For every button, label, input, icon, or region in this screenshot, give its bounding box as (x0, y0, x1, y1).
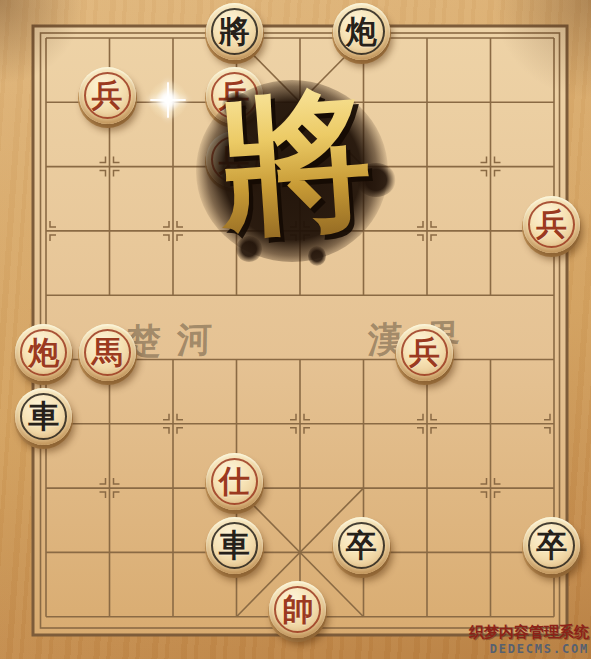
board-point[interactable] (14, 135, 78, 199)
board-point[interactable] (395, 135, 459, 199)
board-point[interactable] (141, 263, 205, 327)
board-point[interactable] (522, 135, 586, 199)
piece-black-soldier[interactable]: 卒 (333, 517, 390, 574)
board-point[interactable] (78, 199, 142, 263)
board-point[interactable] (14, 456, 78, 520)
board-point[interactable] (332, 263, 396, 327)
board-point[interactable] (395, 70, 459, 134)
board-point[interactable] (141, 70, 205, 134)
board-point[interactable] (459, 6, 523, 70)
piece-glyph: 卒 (346, 530, 377, 561)
board-point[interactable] (459, 392, 523, 456)
board-point[interactable]: 兵 (205, 135, 269, 199)
board-point[interactable]: 兵 (522, 199, 586, 263)
board-point[interactable]: 兵 (78, 70, 142, 134)
board-point[interactable]: 將 (205, 6, 269, 70)
board-point[interactable] (14, 199, 78, 263)
board-point[interactable]: 車 (205, 520, 269, 584)
piece-red-horse[interactable]: 馬 (79, 324, 136, 381)
piece-black-chariot[interactable]: 車 (206, 517, 263, 574)
watermark-line2: DEDECMS.COM (469, 642, 589, 657)
piece-glyph: 卒 (536, 530, 567, 561)
board-point[interactable] (395, 6, 459, 70)
piece-red-soldier[interactable]: 兵 (206, 131, 263, 188)
piece-black-soldier[interactable]: 卒 (523, 517, 580, 574)
board-point[interactable] (268, 520, 332, 584)
board-point[interactable] (78, 263, 142, 327)
board-point[interactable] (78, 135, 142, 199)
board-point[interactable] (141, 199, 205, 263)
board-point[interactable] (395, 585, 459, 649)
board-point[interactable] (141, 392, 205, 456)
board-point[interactable] (459, 327, 523, 391)
board-point[interactable] (332, 199, 396, 263)
board-point[interactable] (78, 456, 142, 520)
board-point[interactable] (14, 520, 78, 584)
board-point[interactable]: 兵 (205, 70, 269, 134)
board-point[interactable] (268, 199, 332, 263)
board-point[interactable] (395, 263, 459, 327)
piece-red-soldier[interactable]: 兵 (206, 67, 263, 124)
piece-red-general[interactable]: 帥 (269, 581, 326, 638)
piece-black-chariot[interactable]: 車 (15, 388, 72, 445)
xiangqi-game-screen: 楚河 漢界 將炮兵兵兵兵炮馬兵車仕車卒卒帥 將 將 织梦内容管理系统 DEDEC… (0, 0, 591, 659)
board-point[interactable] (332, 135, 396, 199)
board-point[interactable] (141, 585, 205, 649)
piece-glyph: 兵 (409, 337, 440, 368)
board-point[interactable] (522, 392, 586, 456)
piece-glyph: 兵 (219, 80, 250, 111)
board-point[interactable] (332, 456, 396, 520)
piece-glyph: 車 (219, 530, 250, 561)
piece-glyph: 將 (219, 16, 250, 47)
piece-black-general[interactable]: 將 (206, 3, 263, 60)
board-point[interactable] (14, 585, 78, 649)
board-point[interactable] (522, 263, 586, 327)
board-point[interactable] (78, 392, 142, 456)
piece-black-cannon[interactable]: 炮 (333, 3, 390, 60)
board-point[interactable]: 兵 (395, 327, 459, 391)
board-point[interactable] (459, 520, 523, 584)
piece-glyph: 兵 (536, 209, 567, 240)
board-point[interactable] (332, 327, 396, 391)
piece-glyph: 仕 (219, 466, 250, 497)
board-point[interactable]: 炮 (332, 6, 396, 70)
board-point[interactable] (78, 585, 142, 649)
watermark-line1: 织梦内容管理系统 (469, 623, 589, 642)
board-point[interactable] (395, 456, 459, 520)
board-point[interactable] (205, 327, 269, 391)
piece-glyph: 炮 (346, 16, 377, 47)
board-point[interactable] (459, 199, 523, 263)
piece-red-soldier[interactable]: 兵 (79, 67, 136, 124)
board-point[interactable] (522, 70, 586, 134)
board-point[interactable] (205, 263, 269, 327)
board-point[interactable]: 馬 (78, 327, 142, 391)
board-point[interactable] (522, 456, 586, 520)
board-point[interactable]: 卒 (522, 520, 586, 584)
board-point[interactable] (522, 327, 586, 391)
piece-red-soldier[interactable]: 兵 (396, 324, 453, 381)
board-point[interactable] (205, 585, 269, 649)
xiangqi-board: 將炮兵兵兵兵炮馬兵車仕車卒卒帥 (14, 6, 586, 649)
board-point[interactable] (268, 135, 332, 199)
board-point[interactable] (78, 520, 142, 584)
piece-glyph: 炮 (28, 337, 59, 368)
board-point[interactable]: 炮 (14, 327, 78, 391)
piece-red-advisor[interactable]: 仕 (206, 453, 263, 510)
board-point[interactable] (205, 392, 269, 456)
board-point[interactable] (459, 263, 523, 327)
board-point[interactable] (268, 263, 332, 327)
board-point[interactable] (268, 6, 332, 70)
board-point[interactable] (14, 6, 78, 70)
board-point[interactable] (459, 456, 523, 520)
board-point[interactable] (332, 70, 396, 134)
watermark: 织梦内容管理系统 DEDECMS.COM (469, 623, 589, 657)
piece-red-soldier[interactable]: 兵 (523, 196, 580, 253)
board-point[interactable] (205, 199, 269, 263)
board-point[interactable]: 帥 (268, 585, 332, 649)
board-point[interactable] (459, 70, 523, 134)
board-point[interactable] (141, 520, 205, 584)
board-point[interactable] (14, 70, 78, 134)
board-point[interactable] (268, 327, 332, 391)
board-point[interactable] (268, 70, 332, 134)
board-point[interactable] (395, 392, 459, 456)
board-point[interactable] (14, 263, 78, 327)
board-point[interactable] (332, 585, 396, 649)
board-point[interactable] (395, 199, 459, 263)
board-point[interactable]: 仕 (205, 456, 269, 520)
board-point[interactable]: 車 (14, 392, 78, 456)
piece-glyph: 帥 (282, 594, 313, 625)
piece-glyph: 兵 (219, 144, 250, 175)
board-point[interactable] (332, 392, 396, 456)
piece-glyph: 馬 (92, 337, 123, 368)
piece-glyph: 兵 (92, 80, 123, 111)
board-point[interactable] (268, 456, 332, 520)
piece-glyph: 車 (28, 401, 59, 432)
board-point[interactable] (141, 135, 205, 199)
board-point[interactable] (141, 456, 205, 520)
piece-red-cannon[interactable]: 炮 (15, 324, 72, 381)
board-point[interactable]: 卒 (332, 520, 396, 584)
board-point[interactable] (268, 392, 332, 456)
board-point[interactable] (395, 520, 459, 584)
board-point[interactable] (522, 6, 586, 70)
board-point[interactable] (141, 327, 205, 391)
board-point[interactable] (141, 6, 205, 70)
board-point[interactable] (78, 6, 142, 70)
board-point[interactable] (459, 135, 523, 199)
